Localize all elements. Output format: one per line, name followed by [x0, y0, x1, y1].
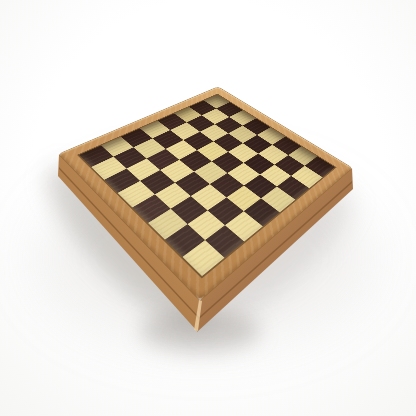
photo-background [0, 0, 416, 416]
chessboard-box-top [59, 87, 352, 300]
box-corner-highlight [192, 299, 206, 333]
cast-shadow-corner [140, 310, 260, 352]
chess-board [77, 94, 337, 279]
